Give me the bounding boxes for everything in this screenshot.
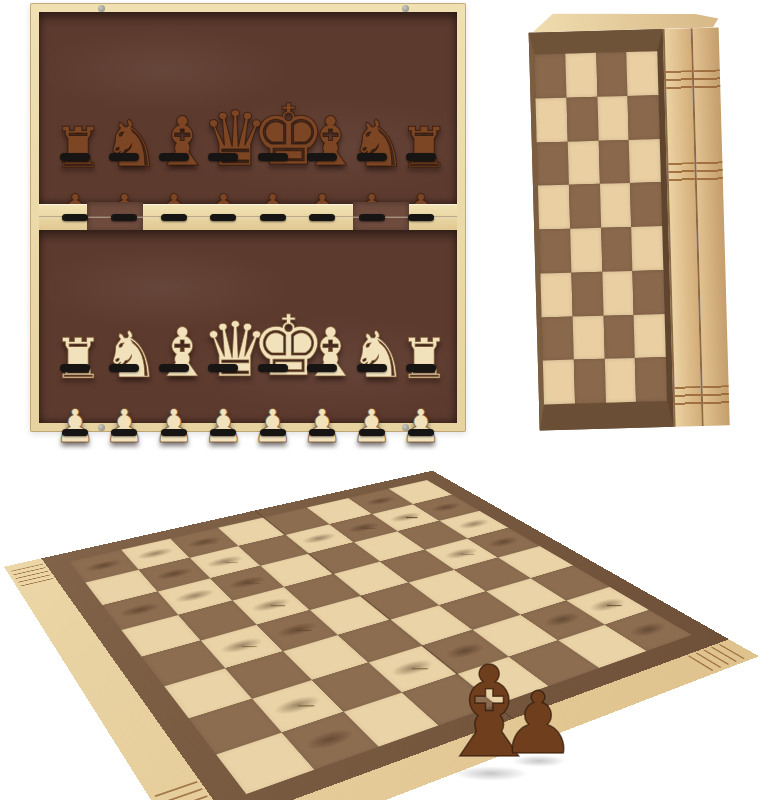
dark-pieces-tray: ♜♞♝♛♚♝♞♜ ♟♟♟♟♟♟♟♟ bbox=[39, 12, 457, 204]
elastic-strap bbox=[161, 429, 187, 436]
elastic-strap bbox=[210, 214, 236, 221]
folded-board-square bbox=[539, 229, 571, 274]
folded-board-square bbox=[630, 182, 662, 227]
elastic-strap bbox=[208, 153, 238, 161]
folded-board-square bbox=[634, 314, 666, 359]
groove-lines bbox=[696, 161, 723, 182]
elastic-strap bbox=[260, 214, 286, 221]
folded-board-square bbox=[602, 271, 634, 316]
folded-board-grid bbox=[534, 51, 667, 404]
folded-board-square bbox=[628, 95, 660, 140]
elastic-strap bbox=[208, 364, 238, 372]
dark-bishop-in-tray: ♝ bbox=[152, 111, 196, 174]
elastic-strap bbox=[60, 364, 90, 372]
folded-board-square bbox=[567, 140, 599, 185]
folded-board-square bbox=[536, 97, 568, 142]
elastic-strap bbox=[260, 429, 286, 436]
folded-board-square bbox=[566, 97, 598, 142]
folded-board-square bbox=[542, 316, 574, 361]
folded-board-square bbox=[569, 184, 601, 229]
screw-icon bbox=[98, 5, 105, 12]
rook-icon: ♜ bbox=[399, 122, 449, 174]
open-storage-box: ♜♞♝♛♚♝♞♜ ♟♟♟♟♟♟♟♟ ♜♞♝♛♚♝♞♜ ♟♟♟♟♟♟♟♟ bbox=[30, 3, 466, 432]
rook-icon: ♜ bbox=[53, 122, 103, 174]
folded-board-face bbox=[529, 29, 674, 431]
elastic-strap bbox=[159, 364, 189, 372]
hinge-band bbox=[39, 204, 457, 230]
dark-major-row: ♜♞♝♛♚♝♞♜ bbox=[53, 97, 443, 174]
folded-board-square bbox=[540, 272, 572, 317]
folded-board-square bbox=[603, 314, 635, 359]
folded-board-square bbox=[571, 272, 603, 317]
folded-board-square bbox=[565, 53, 597, 98]
folded-board-square bbox=[633, 270, 665, 315]
light-knight-in-tray: ♞ bbox=[102, 326, 146, 385]
folded-board-square bbox=[598, 139, 630, 184]
board-grid: ♜♞♟♜♝♟♝♟♟♞♚♛♟♚♟♟♛♟♟♟♟♞♞♟♜♜ bbox=[69, 480, 692, 794]
elastic-strap bbox=[109, 153, 139, 161]
light-king-in-tray: ♚ bbox=[251, 308, 295, 385]
elastic-strap bbox=[111, 429, 137, 436]
rook-icon: ♜ bbox=[399, 333, 449, 385]
folded-board-spine bbox=[663, 27, 730, 426]
rook-icon: ♜ bbox=[575, 579, 720, 637]
dark-bishop-in-tray: ♝ bbox=[300, 111, 344, 174]
elastic-strap bbox=[109, 364, 139, 372]
elastic-strap bbox=[159, 153, 189, 161]
hinge-seam bbox=[39, 216, 457, 218]
elastic-strap bbox=[62, 214, 88, 221]
folded-board-square bbox=[538, 185, 570, 230]
elastic-strap bbox=[307, 364, 337, 372]
folded-board-square bbox=[534, 54, 566, 99]
elastic-strap bbox=[62, 429, 88, 436]
folded-board-square bbox=[597, 96, 629, 141]
groove-lines bbox=[694, 69, 721, 90]
folded-board-square bbox=[570, 228, 602, 273]
dark-rook-in-tray: ♜ bbox=[53, 122, 97, 174]
light-queen-in-tray: ♛ bbox=[201, 315, 245, 385]
dark-rook-in-tray: ♜ bbox=[399, 122, 443, 174]
screw-icon bbox=[402, 5, 409, 12]
groove-lines bbox=[668, 162, 695, 183]
elastic-strap bbox=[408, 429, 434, 436]
folded-board-square bbox=[599, 183, 631, 228]
elastic-strap bbox=[309, 429, 335, 436]
elastic-strap bbox=[307, 153, 337, 161]
light-rook-in-tray: ♜ bbox=[399, 333, 443, 385]
folded-board-square bbox=[601, 227, 633, 272]
rook-icon: ♜ bbox=[53, 333, 103, 385]
rook-icon: ♜ bbox=[244, 679, 416, 748]
elastic-strap bbox=[406, 364, 436, 372]
elastic-strap bbox=[111, 214, 137, 221]
product-photo: ♜♞♝♛♚♝♞♜ ♟♟♟♟♟♟♟♟ ♜♞♝♛♚♝♞♜ ♟♟♟♟♟♟♟♟ bbox=[0, 0, 770, 800]
elastic-strap bbox=[60, 153, 90, 161]
chess-board: ♜♞♟♜♝♟♝♟♟♞♚♛♟♚♟♟♛♟♟♟♟♞♞♟♜♜ bbox=[4, 471, 759, 800]
groove-lines bbox=[666, 70, 693, 91]
folded-board-square bbox=[627, 51, 659, 96]
elastic-strap bbox=[359, 214, 385, 221]
groove-lines bbox=[688, 643, 748, 671]
light-rook-in-tray: ♜ bbox=[53, 333, 97, 385]
light-major-row: ♜♞♝♛♚♝♞♜ bbox=[53, 308, 443, 385]
open-board-scene: ♜♞♟♜♝♟♝♟♟♞♚♛♟♚♟♟♛♟♟♟♟♞♞♟♜♜ bbox=[30, 392, 740, 800]
light-bishop-in-tray: ♝ bbox=[152, 322, 196, 385]
folded-board-square bbox=[572, 315, 604, 360]
light-bishop-in-tray: ♝ bbox=[300, 322, 344, 385]
folded-board bbox=[528, 7, 730, 436]
light-knight-in-tray: ♞ bbox=[350, 326, 394, 385]
elastic-strap bbox=[161, 214, 187, 221]
elastic-strap bbox=[408, 214, 434, 221]
elastic-strap bbox=[357, 153, 387, 161]
folded-board-square bbox=[537, 141, 569, 186]
elastic-strap bbox=[309, 214, 335, 221]
elastic-strap bbox=[357, 364, 387, 372]
dark-king-in-tray: ♚ bbox=[251, 97, 295, 174]
folded-board-square bbox=[631, 226, 663, 271]
elastic-strap bbox=[258, 364, 288, 372]
elastic-strap bbox=[258, 153, 288, 161]
elastic-strap bbox=[406, 153, 436, 161]
elastic-strap bbox=[359, 429, 385, 436]
folded-board-square bbox=[596, 52, 628, 97]
dark-knight-in-tray: ♞ bbox=[102, 115, 146, 174]
dark-queen-in-tray: ♛ bbox=[201, 104, 245, 174]
off-board-dark-pawn: ♟ bbox=[493, 680, 583, 766]
dark-knight-in-tray: ♞ bbox=[350, 115, 394, 174]
elastic-strap bbox=[210, 429, 236, 436]
board-border: ♜♞♟♜♝♟♝♟♟♞♚♛♟♚♟♟♛♟♟♟♟♞♞♟♜♜ bbox=[41, 471, 729, 800]
folded-board-square bbox=[629, 139, 661, 184]
